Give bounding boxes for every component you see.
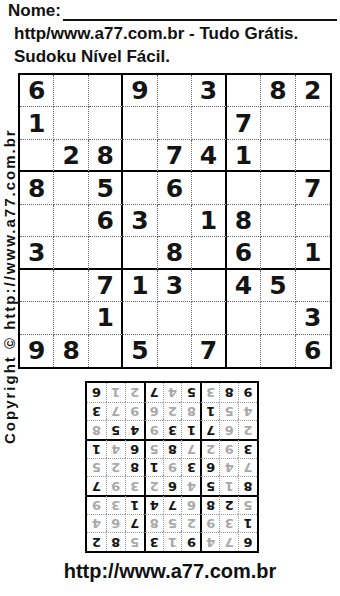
solution-cell-r2c1: 1 [238,514,257,533]
puzzle-cell-r6c5[interactable]: 8 [158,237,192,269]
solution-cell-r5c8: 2 [106,458,125,477]
puzzle-cell-r2c4[interactable] [123,107,157,139]
solution-cell-r4c5: 6 [163,476,182,495]
puzzle-cell-r6c6[interactable] [192,237,226,269]
solution-cell-r2c6: 8 [144,514,163,533]
puzzle-cell-r1c4[interactable]: 9 [123,75,157,107]
puzzle-cell-r6c7[interactable]: 6 [227,237,261,269]
solution-cell-r3c4: 6 [181,495,200,514]
solution-grid: 6749135821392587645286741398154623977463… [85,381,259,553]
puzzle-cell-r1c1[interactable]: 6 [20,75,54,107]
puzzle-cell-r2c3[interactable] [89,107,123,139]
solution-cell-r3c3: 8 [200,495,219,514]
solution-cell-r3c6: 4 [144,495,163,514]
solution-cell-r8c1: 4 [238,402,257,421]
solution-cell-r8c5: 2 [163,402,182,421]
solution-cell-r9c3: 3 [200,383,219,402]
solution-cell-r9c6: 7 [144,383,163,402]
solution-cell-r5c5: 9 [163,458,182,477]
puzzle-cell-r2c6[interactable] [192,107,226,139]
name-row: Nome: [8,0,337,21]
solution-cell-r7c5: 3 [163,420,182,439]
solution-cell-r5c2: 4 [219,458,238,477]
puzzle-cell-r7c5[interactable]: 3 [158,270,192,302]
puzzle-cell-r5c7[interactable]: 8 [227,205,261,237]
puzzle-cell-r8c5[interactable] [158,302,192,334]
puzzle-cell-r3c5[interactable]: 7 [158,140,192,172]
solution-cell-r1c7: 5 [125,532,144,551]
puzzle-cell-r9c8[interactable] [261,335,295,367]
puzzle-cell-r9c4[interactable]: 5 [123,335,157,367]
puzzle-cell-r1c6[interactable]: 3 [192,75,226,107]
puzzle-cell-r4c4[interactable] [123,172,157,204]
puzzle-cell-r4c3[interactable]: 5 [89,172,123,204]
puzzle-cell-r7c3[interactable]: 7 [89,270,123,302]
puzzle-cell-r8c2[interactable] [54,302,88,334]
page: Nome: http/www.a77.com.br - Tudo Grátis.… [0,0,340,596]
solution-cell-r9c4: 5 [181,383,200,402]
solution-cell-r5c3: 6 [200,458,219,477]
puzzle-cell-r5c8[interactable] [261,205,295,237]
solution-cell-r8c9: 3 [87,402,106,421]
solution-cell-r2c9: 4 [87,514,106,533]
solution-cell-r8c3: 1 [200,402,219,421]
puzzle-cell-r3c1[interactable] [20,140,54,172]
name-label: Nome: [8,0,61,21]
solution-cell-r5c7: 8 [125,458,144,477]
solution-cell-r6c9: 1 [87,439,106,458]
puzzle-cell-r2c1[interactable]: 1 [20,107,54,139]
solution-cell-r6c4: 7 [181,439,200,458]
solution-cell-r9c2: 8 [219,383,238,402]
puzzle-cell-r5c6[interactable]: 1 [192,205,226,237]
puzzle-cell-r4c6[interactable] [192,172,226,204]
solution-cell-r1c5: 1 [163,532,182,551]
puzzle-cell-r9c2[interactable]: 8 [54,335,88,367]
solution-cell-r7c2: 6 [219,420,238,439]
puzzle-cell-r2c7[interactable]: 7 [227,107,261,139]
puzzle-cell-r7c1[interactable] [20,270,54,302]
solution-cell-r6c6: 5 [144,439,163,458]
puzzle-cell-r2c8[interactable] [261,107,295,139]
puzzle-cell-r1c8[interactable]: 8 [261,75,295,107]
solution-cell-r1c8: 8 [106,532,125,551]
puzzle-cell-r9c5[interactable] [158,335,192,367]
puzzle-cell-r4c7[interactable] [227,172,261,204]
puzzle-cell-r7c7[interactable]: 4 [227,270,261,302]
solution-cell-r7c3: 7 [200,420,219,439]
puzzle-cell-r3c7[interactable]: 1 [227,140,261,172]
solution-cell-r2c5: 5 [163,514,182,533]
puzzle-cell-r8c3[interactable]: 1 [89,302,123,334]
solution-cell-r3c1: 5 [238,495,257,514]
solution-cell-r8c8: 7 [106,402,125,421]
solution-cell-r2c3: 9 [200,514,219,533]
solution-cell-r9c9: 6 [87,383,106,402]
solution-cell-r7c6: 9 [144,420,163,439]
solution-cell-r8c2: 5 [219,402,238,421]
puzzle-cell-r5c3[interactable]: 6 [89,205,123,237]
puzzle-cell-r2c5[interactable] [158,107,192,139]
copyright-vertical-text: Copyright © http://www.a77.com.br [1,128,18,444]
solution-cell-r7c4: 1 [181,420,200,439]
name-fill-in-line [63,0,337,21]
solution-cell-r3c5: 7 [163,495,182,514]
solution-cell-r3c7: 1 [125,495,144,514]
puzzle-cell-r5c9[interactable] [296,205,330,237]
footer-url: http://www.a77.com.br [0,560,340,583]
solution-cell-r4c7: 3 [125,476,144,495]
solution-cell-r2c8: 6 [106,514,125,533]
puzzle-cell-r4c1[interactable]: 8 [20,172,54,204]
solution-cell-r7c9: 8 [87,420,106,439]
solution-cell-r9c8: 1 [106,383,125,402]
solution-cell-r5c9: 5 [87,458,106,477]
puzzle-cell-r9c1[interactable]: 9 [20,335,54,367]
puzzle-cell-r9c3[interactable] [89,335,123,367]
puzzle-cell-r6c2[interactable] [54,237,88,269]
puzzle-cell-r6c1[interactable]: 3 [20,237,54,269]
solution-cell-r9c5: 4 [163,383,182,402]
puzzle-cell-r5c2[interactable] [54,205,88,237]
solution-cell-r6c2: 9 [219,439,238,458]
solution-cell-r4c2: 1 [219,476,238,495]
puzzle-cell-r8c9[interactable]: 3 [296,302,330,334]
puzzle-cell-r1c5[interactable] [158,75,192,107]
puzzle-cell-r9c6[interactable]: 7 [192,335,226,367]
solution-cell-r1c9: 2 [87,532,106,551]
puzzle-cell-r6c4[interactable] [123,237,157,269]
puzzle-cell-r9c9[interactable]: 6 [296,335,330,367]
puzzle-grid: 693821728741856763183861713451398576 [18,73,332,369]
solution-cell-r8c6: 6 [144,402,163,421]
site-title: http/www.a77.com.br - Tudo Grátis. [14,24,298,44]
solution-cell-r2c7: 7 [125,514,144,533]
solution-cell-r8c4: 8 [181,402,200,421]
puzzle-cell-r4c9[interactable]: 7 [296,172,330,204]
solution-cell-r4c9: 7 [87,476,106,495]
solution-cell-r7c8: 5 [106,420,125,439]
solution-cell-r6c7: 6 [125,439,144,458]
solution-cell-r1c6: 3 [144,532,163,551]
puzzle-cell-r8c4[interactable] [123,302,157,334]
solution-cell-r3c2: 2 [219,495,238,514]
puzzle-cell-r4c2[interactable] [54,172,88,204]
solution-cell-r1c3: 4 [200,532,219,551]
puzzle-cell-r8c1[interactable] [20,302,54,334]
solution-cell-r1c1: 6 [238,532,257,551]
solution-cell-r2c4: 2 [181,514,200,533]
puzzle-level-title: Sudoku Nível Fácil. [14,47,170,67]
puzzle-cell-r5c5[interactable] [158,205,192,237]
solution-cell-r6c5: 8 [163,439,182,458]
puzzle-cell-r7c9[interactable] [296,270,330,302]
solution-cell-r4c1: 8 [238,476,257,495]
puzzle-cell-r6c3[interactable] [89,237,123,269]
puzzle-cell-r3c4[interactable] [123,140,157,172]
solution-cell-r1c4: 9 [181,532,200,551]
solution-cell-r5c4: 3 [181,458,200,477]
puzzle-cell-r1c3[interactable] [89,75,123,107]
puzzle-cell-r3c8[interactable] [261,140,295,172]
puzzle-cell-r7c6[interactable] [192,270,226,302]
puzzle-cell-r7c8[interactable]: 5 [261,270,295,302]
solution-cell-r4c4: 4 [181,476,200,495]
solution-cell-r6c8: 4 [106,439,125,458]
puzzle-cell-r2c2[interactable] [54,107,88,139]
solution-cell-r3c9: 9 [87,495,106,514]
solution-cell-r5c6: 1 [144,458,163,477]
puzzle-cell-r4c8[interactable] [261,172,295,204]
puzzle-cell-r9c7[interactable] [227,335,261,367]
solution-cell-r8c7: 9 [125,402,144,421]
solution-cell-r4c8: 9 [106,476,125,495]
solution-cell-r7c7: 4 [125,420,144,439]
solution-cell-r5c1: 7 [238,458,257,477]
solution-cell-r6c3: 2 [200,439,219,458]
puzzle-cell-r3c9[interactable] [296,140,330,172]
puzzle-cell-r1c9[interactable]: 2 [296,75,330,107]
puzzle-cell-r1c2[interactable] [54,75,88,107]
puzzle-cell-r6c9[interactable]: 1 [296,237,330,269]
solution-cell-r1c2: 7 [219,532,238,551]
puzzle-cell-r8c8[interactable] [261,302,295,334]
puzzle-cell-r8c6[interactable] [192,302,226,334]
solution-cell-r4c6: 2 [144,476,163,495]
solution-cell-r3c8: 3 [106,495,125,514]
puzzle-cell-r6c8[interactable] [261,237,295,269]
puzzle-cell-r3c2[interactable]: 2 [54,140,88,172]
puzzle-cell-r1c7[interactable] [227,75,261,107]
puzzle-cell-r3c6[interactable]: 4 [192,140,226,172]
puzzle-cell-r5c4[interactable]: 3 [123,205,157,237]
solution-cell-r2c2: 3 [219,514,238,533]
solution-cell-r4c3: 5 [200,476,219,495]
solution-cell-r7c1: 2 [238,420,257,439]
puzzle-cell-r7c2[interactable] [54,270,88,302]
puzzle-cell-r2c9[interactable] [296,107,330,139]
puzzle-cell-r7c4[interactable]: 1 [123,270,157,302]
solution-cell-r9c7: 2 [125,383,144,402]
puzzle-cell-r5c1[interactable] [20,205,54,237]
puzzle-cell-r4c5[interactable]: 6 [158,172,192,204]
solution-cell-r9c1: 9 [238,383,257,402]
solution-cell-r6c1: 3 [238,439,257,458]
puzzle-cell-r3c3[interactable]: 8 [89,140,123,172]
puzzle-cell-r8c7[interactable] [227,302,261,334]
